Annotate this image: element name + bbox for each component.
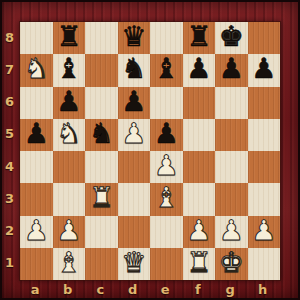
white-pawn-a2: ♟ <box>24 217 49 245</box>
square-a6[interactable] <box>20 87 53 119</box>
square-d6[interactable]: ♟ <box>118 87 151 119</box>
square-c2[interactable] <box>85 216 118 248</box>
file-label-d: d <box>117 280 150 299</box>
white-queen-d1: ♛ <box>121 249 146 277</box>
square-b2[interactable]: ♟ <box>53 216 86 248</box>
rank-labels: 87654321 <box>0 21 19 279</box>
square-b1[interactable]: ♝ <box>53 248 86 280</box>
square-h3[interactable] <box>248 183 281 215</box>
rank-label-4: 4 <box>0 150 19 182</box>
square-e4[interactable]: ♟ <box>150 151 183 183</box>
black-bishop-e7: ♝ <box>154 55 179 83</box>
white-pawn-f2: ♟ <box>186 217 211 245</box>
black-pawn-h7: ♟ <box>251 55 276 83</box>
square-c1[interactable] <box>85 248 118 280</box>
black-bishop-b7: ♝ <box>56 55 81 83</box>
file-label-e: e <box>149 280 182 299</box>
square-h2[interactable]: ♟ <box>248 216 281 248</box>
square-d4[interactable] <box>118 151 151 183</box>
black-rook-f8: ♜ <box>186 23 211 51</box>
black-pawn-e5: ♟ <box>154 120 179 148</box>
file-labels: abcdefgh <box>19 280 279 299</box>
square-c6[interactable] <box>85 87 118 119</box>
square-h6[interactable] <box>248 87 281 119</box>
square-e2[interactable] <box>150 216 183 248</box>
black-pawn-f7: ♟ <box>186 55 211 83</box>
rank-label-5: 5 <box>0 118 19 150</box>
square-g3[interactable] <box>215 183 248 215</box>
square-h8[interactable] <box>248 22 281 54</box>
square-b4[interactable] <box>53 151 86 183</box>
square-g1[interactable]: ♚ <box>215 248 248 280</box>
white-pawn-g2: ♟ <box>219 217 244 245</box>
square-a3[interactable] <box>20 183 53 215</box>
black-queen-d8: ♛ <box>121 23 146 51</box>
square-d5[interactable]: ♟ <box>118 119 151 151</box>
square-g8[interactable]: ♚ <box>215 22 248 54</box>
black-pawn-g7: ♟ <box>219 55 244 83</box>
square-e3[interactable]: ♝ <box>150 183 183 215</box>
square-e6[interactable] <box>150 87 183 119</box>
black-knight-d7: ♞ <box>121 55 146 83</box>
square-b5[interactable]: ♞ <box>53 119 86 151</box>
square-f1[interactable]: ♜ <box>183 248 216 280</box>
file-label-b: b <box>52 280 85 299</box>
black-pawn-d6: ♟ <box>121 88 146 116</box>
chess-board: ♜♛♜♚♞♝♞♝♟♟♟♟♟♟♞♞♟♟♟♜♝♟♟♟♟♟♝♛♜♚ <box>19 21 281 281</box>
square-g4[interactable] <box>215 151 248 183</box>
square-f6[interactable] <box>183 87 216 119</box>
square-g5[interactable] <box>215 119 248 151</box>
square-f7[interactable]: ♟ <box>183 54 216 86</box>
file-label-g: g <box>214 280 247 299</box>
white-pawn-h2: ♟ <box>251 217 276 245</box>
black-pawn-b6: ♟ <box>56 88 81 116</box>
rank-label-1: 1 <box>0 247 19 279</box>
rank-label-2: 2 <box>0 215 19 247</box>
square-c3[interactable]: ♜ <box>85 183 118 215</box>
black-knight-c5: ♞ <box>89 120 114 148</box>
square-g2[interactable]: ♟ <box>215 216 248 248</box>
white-knight-a7: ♞ <box>24 55 49 83</box>
square-a5[interactable]: ♟ <box>20 119 53 151</box>
white-knight-b5: ♞ <box>56 120 81 148</box>
file-label-f: f <box>182 280 215 299</box>
white-bishop-e3: ♝ <box>154 184 179 212</box>
square-d2[interactable] <box>118 216 151 248</box>
square-c7[interactable] <box>85 54 118 86</box>
square-h5[interactable] <box>248 119 281 151</box>
white-rook-c3: ♜ <box>89 184 114 212</box>
square-h7[interactable]: ♟ <box>248 54 281 86</box>
file-label-h: h <box>247 280 280 299</box>
square-a8[interactable] <box>20 22 53 54</box>
rank-label-7: 7 <box>0 53 19 85</box>
square-a4[interactable] <box>20 151 53 183</box>
rank-label-6: 6 <box>0 86 19 118</box>
black-king-g8: ♚ <box>219 23 244 51</box>
black-pawn-a5: ♟ <box>24 120 49 148</box>
white-pawn-d5: ♟ <box>121 120 146 148</box>
rank-label-3: 3 <box>0 182 19 214</box>
square-g7[interactable]: ♟ <box>215 54 248 86</box>
white-rook-f1: ♜ <box>186 249 211 277</box>
square-d3[interactable] <box>118 183 151 215</box>
square-f8[interactable]: ♜ <box>183 22 216 54</box>
square-b6[interactable]: ♟ <box>53 87 86 119</box>
square-f5[interactable] <box>183 119 216 151</box>
white-bishop-b1: ♝ <box>56 249 81 277</box>
file-label-a: a <box>19 280 52 299</box>
rank-label-8: 8 <box>0 21 19 53</box>
square-b8[interactable]: ♜ <box>53 22 86 54</box>
square-d8[interactable]: ♛ <box>118 22 151 54</box>
chess-diagram: 87654321 ♜♛♜♚♞♝♞♝♟♟♟♟♟♟♞♞♟♟♟♜♝♟♟♟♟♟♝♛♜♚ … <box>0 0 300 300</box>
white-king-g1: ♚ <box>219 249 244 277</box>
square-g6[interactable] <box>215 87 248 119</box>
white-pawn-e4: ♟ <box>154 152 179 180</box>
square-d1[interactable]: ♛ <box>118 248 151 280</box>
square-a2[interactable]: ♟ <box>20 216 53 248</box>
square-f4[interactable] <box>183 151 216 183</box>
square-e1[interactable] <box>150 248 183 280</box>
square-h4[interactable] <box>248 151 281 183</box>
square-d7[interactable]: ♞ <box>118 54 151 86</box>
square-c8[interactable] <box>85 22 118 54</box>
square-e7[interactable]: ♝ <box>150 54 183 86</box>
white-pawn-b2: ♟ <box>56 217 81 245</box>
file-label-c: c <box>84 280 117 299</box>
square-a1[interactable] <box>20 248 53 280</box>
square-c5[interactable]: ♞ <box>85 119 118 151</box>
square-b7[interactable]: ♝ <box>53 54 86 86</box>
square-f3[interactable] <box>183 183 216 215</box>
square-e5[interactable]: ♟ <box>150 119 183 151</box>
square-c4[interactable] <box>85 151 118 183</box>
square-f2[interactable]: ♟ <box>183 216 216 248</box>
square-h1[interactable] <box>248 248 281 280</box>
square-e8[interactable] <box>150 22 183 54</box>
square-a7[interactable]: ♞ <box>20 54 53 86</box>
square-b3[interactable] <box>53 183 86 215</box>
black-rook-b8: ♜ <box>56 23 81 51</box>
